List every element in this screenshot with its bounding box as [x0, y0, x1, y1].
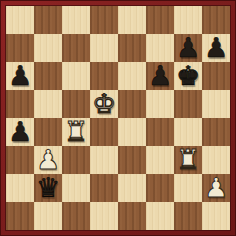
- square-e5[interactable]: [118, 90, 146, 118]
- square-c5[interactable]: [62, 90, 90, 118]
- square-h6[interactable]: [202, 62, 230, 90]
- white-king-icon[interactable]: ♚: [92, 90, 116, 118]
- square-d3[interactable]: [90, 146, 118, 174]
- black-queen-icon[interactable]: ♛: [36, 174, 60, 202]
- square-e8[interactable]: [118, 6, 146, 34]
- square-f1[interactable]: [146, 202, 174, 230]
- square-h5[interactable]: [202, 90, 230, 118]
- square-f2[interactable]: [146, 174, 174, 202]
- square-b5[interactable]: [34, 90, 62, 118]
- white-rook-icon[interactable]: ♜: [64, 118, 88, 146]
- square-f3[interactable]: [146, 146, 174, 174]
- square-a2[interactable]: [6, 174, 34, 202]
- black-pawn-icon[interactable]: ♟: [204, 34, 228, 62]
- square-d8[interactable]: [90, 6, 118, 34]
- square-c8[interactable]: [62, 6, 90, 34]
- square-e6[interactable]: [118, 62, 146, 90]
- square-h7[interactable]: ♟: [202, 34, 230, 62]
- square-e4[interactable]: [118, 118, 146, 146]
- square-f5[interactable]: [146, 90, 174, 118]
- square-c6[interactable]: [62, 62, 90, 90]
- square-c1[interactable]: [62, 202, 90, 230]
- square-c4[interactable]: ♜: [62, 118, 90, 146]
- square-a7[interactable]: [6, 34, 34, 62]
- square-e3[interactable]: [118, 146, 146, 174]
- black-king-icon[interactable]: ♚: [176, 62, 200, 90]
- chess-board: ♟♟♟♟♚♚♟♜♟♜♛♟: [6, 6, 230, 230]
- square-h8[interactable]: [202, 6, 230, 34]
- square-b4[interactable]: [34, 118, 62, 146]
- square-h4[interactable]: [202, 118, 230, 146]
- white-pawn-icon[interactable]: ♟: [204, 174, 228, 202]
- square-e1[interactable]: [118, 202, 146, 230]
- square-h3[interactable]: [202, 146, 230, 174]
- square-g1[interactable]: [174, 202, 202, 230]
- square-g6[interactable]: ♚: [174, 62, 202, 90]
- board-frame: ♟♟♟♟♚♚♟♜♟♜♛♟: [0, 0, 236, 236]
- square-b2[interactable]: ♛: [34, 174, 62, 202]
- square-g2[interactable]: [174, 174, 202, 202]
- square-c2[interactable]: [62, 174, 90, 202]
- square-h1[interactable]: [202, 202, 230, 230]
- square-d7[interactable]: [90, 34, 118, 62]
- square-b8[interactable]: [34, 6, 62, 34]
- square-b6[interactable]: [34, 62, 62, 90]
- square-b3[interactable]: ♟: [34, 146, 62, 174]
- square-g8[interactable]: [174, 6, 202, 34]
- square-f8[interactable]: [146, 6, 174, 34]
- square-f7[interactable]: [146, 34, 174, 62]
- square-b7[interactable]: [34, 34, 62, 62]
- square-e2[interactable]: [118, 174, 146, 202]
- black-pawn-icon[interactable]: ♟: [8, 62, 32, 90]
- square-d6[interactable]: [90, 62, 118, 90]
- square-g7[interactable]: ♟: [174, 34, 202, 62]
- square-g4[interactable]: [174, 118, 202, 146]
- square-e7[interactable]: [118, 34, 146, 62]
- square-a8[interactable]: [6, 6, 34, 34]
- square-g5[interactable]: [174, 90, 202, 118]
- square-a1[interactable]: [6, 202, 34, 230]
- square-f4[interactable]: [146, 118, 174, 146]
- black-pawn-icon[interactable]: ♟: [148, 62, 172, 90]
- square-d1[interactable]: [90, 202, 118, 230]
- square-a3[interactable]: [6, 146, 34, 174]
- square-d2[interactable]: [90, 174, 118, 202]
- square-d4[interactable]: [90, 118, 118, 146]
- square-b1[interactable]: [34, 202, 62, 230]
- black-pawn-icon[interactable]: ♟: [8, 118, 32, 146]
- black-pawn-icon[interactable]: ♟: [176, 34, 200, 62]
- square-a6[interactable]: ♟: [6, 62, 34, 90]
- square-h2[interactable]: ♟: [202, 174, 230, 202]
- square-c3[interactable]: [62, 146, 90, 174]
- square-d5[interactable]: ♚: [90, 90, 118, 118]
- white-pawn-icon[interactable]: ♟: [36, 146, 60, 174]
- square-g3[interactable]: ♜: [174, 146, 202, 174]
- square-a5[interactable]: [6, 90, 34, 118]
- white-rook-icon[interactable]: ♜: [176, 146, 200, 174]
- square-f6[interactable]: ♟: [146, 62, 174, 90]
- square-a4[interactable]: ♟: [6, 118, 34, 146]
- square-c7[interactable]: [62, 34, 90, 62]
